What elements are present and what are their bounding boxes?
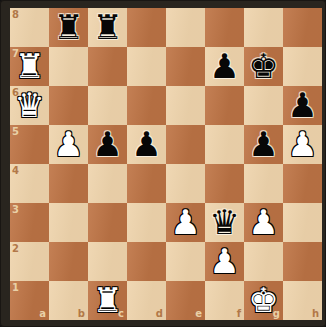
square-e3[interactable]: ♟ [166,203,205,242]
square-a7[interactable]: 7♜ [10,47,49,86]
square-b3[interactable] [49,203,88,242]
square-d8[interactable] [127,8,166,47]
square-c8[interactable]: ♜ [88,8,127,47]
square-g2[interactable] [244,242,283,281]
square-h2[interactable] [283,242,322,281]
square-b1[interactable]: b [49,281,88,320]
square-f6[interactable] [205,86,244,125]
piece-white-pawn-g3[interactable]: ♟ [244,203,283,242]
square-a2[interactable]: 2 [10,242,49,281]
square-h7[interactable] [283,47,322,86]
rank-label-3: 3 [12,205,19,215]
square-d2[interactable] [127,242,166,281]
rank-label-1: 1 [12,283,19,293]
square-h6[interactable]: ♟ [283,86,322,125]
square-d6[interactable] [127,86,166,125]
square-f3[interactable]: ♛ [205,203,244,242]
square-d3[interactable] [127,203,166,242]
file-label-e: e [195,309,202,319]
square-a6[interactable]: 6♛ [10,86,49,125]
file-label-f: f [237,309,241,319]
square-a1[interactable]: 1a [10,281,49,320]
file-label-b: b [78,309,85,319]
square-g7[interactable]: ♚ [244,47,283,86]
square-g1[interactable]: g♚ [244,281,283,320]
square-f7[interactable]: ♟ [205,47,244,86]
piece-black-pawn-g5[interactable]: ♟ [244,125,283,164]
piece-black-pawn-f7[interactable]: ♟ [205,47,244,86]
piece-white-king-g1[interactable]: ♚ [244,281,283,320]
square-a4[interactable]: 4 [10,164,49,203]
square-h4[interactable] [283,164,322,203]
square-d1[interactable]: d [127,281,166,320]
chess-board: 8♜♜7♜♟♚6♛♟5♟♟♟♟♟43♟♛♟2♟1abc♜defg♚h [10,8,322,320]
square-a8[interactable]: 8 [10,8,49,47]
square-d4[interactable] [127,164,166,203]
piece-black-king-g7[interactable]: ♚ [244,47,283,86]
rank-label-4: 4 [12,166,19,176]
square-e4[interactable] [166,164,205,203]
square-c7[interactable] [88,47,127,86]
square-e7[interactable] [166,47,205,86]
square-g3[interactable]: ♟ [244,203,283,242]
square-a3[interactable]: 3 [10,203,49,242]
square-c2[interactable] [88,242,127,281]
piece-white-pawn-e3[interactable]: ♟ [166,203,205,242]
piece-black-pawn-d5[interactable]: ♟ [127,125,166,164]
piece-white-queen-a6[interactable]: ♛ [10,86,49,125]
square-g4[interactable] [244,164,283,203]
square-e2[interactable] [166,242,205,281]
square-c6[interactable] [88,86,127,125]
piece-black-rook-b8[interactable]: ♜ [49,8,88,47]
square-e8[interactable] [166,8,205,47]
square-b7[interactable] [49,47,88,86]
square-g8[interactable] [244,8,283,47]
square-f8[interactable] [205,8,244,47]
square-d5[interactable]: ♟ [127,125,166,164]
square-f2[interactable]: ♟ [205,242,244,281]
square-b6[interactable] [49,86,88,125]
square-h3[interactable] [283,203,322,242]
file-label-h: h [312,309,319,319]
square-h5[interactable]: ♟ [283,125,322,164]
square-h8[interactable] [283,8,322,47]
square-g5[interactable]: ♟ [244,125,283,164]
piece-black-pawn-c5[interactable]: ♟ [88,125,127,164]
piece-white-pawn-f2[interactable]: ♟ [205,242,244,281]
square-c1[interactable]: c♜ [88,281,127,320]
square-g6[interactable] [244,86,283,125]
piece-black-pawn-h6[interactable]: ♟ [283,86,322,125]
square-b4[interactable] [49,164,88,203]
file-label-d: d [156,309,163,319]
square-e6[interactable] [166,86,205,125]
square-d7[interactable] [127,47,166,86]
chess-board-widget: 8♜♜7♜♟♚6♛♟5♟♟♟♟♟43♟♛♟2♟1abc♜defg♚h [0,0,326,327]
square-c4[interactable] [88,164,127,203]
rank-label-8: 8 [12,10,19,20]
square-h1[interactable]: h [283,281,322,320]
square-b2[interactable] [49,242,88,281]
piece-black-rook-c8[interactable]: ♜ [88,8,127,47]
square-b8[interactable]: ♜ [49,8,88,47]
piece-white-pawn-h5[interactable]: ♟ [283,125,322,164]
file-label-a: a [39,309,46,319]
square-b5[interactable]: ♟ [49,125,88,164]
square-e5[interactable] [166,125,205,164]
piece-white-rook-a7[interactable]: ♜ [10,47,49,86]
piece-white-rook-c1[interactable]: ♜ [88,281,127,320]
square-a5[interactable]: 5 [10,125,49,164]
rank-label-5: 5 [12,127,19,137]
square-f5[interactable] [205,125,244,164]
square-f1[interactable]: f [205,281,244,320]
square-c3[interactable] [88,203,127,242]
piece-white-pawn-b5[interactable]: ♟ [49,125,88,164]
square-e1[interactable]: e [166,281,205,320]
square-f4[interactable] [205,164,244,203]
piece-black-queen-f3[interactable]: ♛ [205,203,244,242]
rank-label-2: 2 [12,244,19,254]
square-c5[interactable]: ♟ [88,125,127,164]
